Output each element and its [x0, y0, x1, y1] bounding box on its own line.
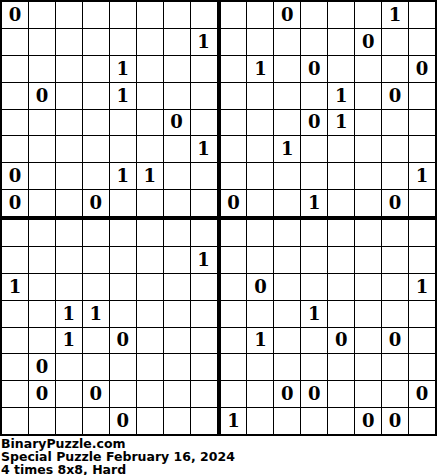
- cell-r15c2-given: 0: [29, 381, 55, 407]
- puzzle-bottom-right: 011100000100: [221, 220, 436, 434]
- cell-r1c6[interactable]: [137, 2, 163, 28]
- cell-r16c16[interactable]: [409, 408, 435, 434]
- cell-r9c4[interactable]: [83, 220, 109, 246]
- cell-r3c8[interactable]: [191, 56, 217, 82]
- cell-r5c6[interactable]: [137, 110, 163, 136]
- cell-r12c7[interactable]: [164, 301, 190, 327]
- cell-r1c14[interactable]: [355, 2, 381, 28]
- cell-r4c8[interactable]: [191, 83, 217, 109]
- cell-r9c12[interactable]: [301, 220, 327, 246]
- cell-r13c10-given: 1: [247, 328, 273, 354]
- cell-r3c12-given: 0: [301, 56, 327, 82]
- cell-r10c8-given: 1: [191, 247, 217, 273]
- cell-r4c16[interactable]: [409, 83, 435, 109]
- cell-r8c12-given: 1: [301, 190, 327, 216]
- cell-r11c4[interactable]: [83, 274, 109, 300]
- cell-r16c9-given: 1: [221, 408, 247, 434]
- cell-r8c3[interactable]: [56, 190, 82, 216]
- cell-r1c16[interactable]: [409, 2, 435, 28]
- cell-r4c1[interactable]: [2, 83, 28, 109]
- cell-r9c16[interactable]: [409, 220, 435, 246]
- cell-r11c1-given: 1: [2, 274, 28, 300]
- board: 0110101011000101001001110101111100000011…: [0, 0, 437, 436]
- cell-r16c7[interactable]: [164, 408, 190, 434]
- cell-r16c13[interactable]: [328, 408, 354, 434]
- cell-r8c5[interactable]: [110, 190, 136, 216]
- cell-r3c11[interactable]: [274, 56, 300, 82]
- cell-r14c14[interactable]: [355, 354, 381, 380]
- cell-r3c15[interactable]: [382, 56, 408, 82]
- cell-r11c5[interactable]: [110, 274, 136, 300]
- cell-r16c3[interactable]: [56, 408, 82, 434]
- cell-r16c4[interactable]: [83, 408, 109, 434]
- cell-r11c9[interactable]: [221, 274, 247, 300]
- cell-r15c9[interactable]: [221, 381, 247, 407]
- footer: BinaryPuzzle.com Special Puzzle February…: [0, 436, 437, 475]
- cell-r4c9[interactable]: [221, 83, 247, 109]
- cell-r15c3[interactable]: [56, 381, 82, 407]
- cell-r12c15[interactable]: [382, 301, 408, 327]
- cell-r1c11-given: 0: [274, 2, 300, 28]
- cell-r5c7-given: 0: [164, 110, 190, 136]
- cell-r11c12[interactable]: [301, 274, 327, 300]
- cell-r6c5[interactable]: [110, 136, 136, 162]
- cell-r12c12-given: 1: [301, 301, 327, 327]
- cell-r10c11[interactable]: [274, 247, 300, 273]
- cell-r15c11-given: 0: [274, 381, 300, 407]
- cell-r9c7[interactable]: [164, 220, 190, 246]
- cell-r9c14[interactable]: [355, 220, 381, 246]
- cell-r3c9[interactable]: [221, 56, 247, 82]
- cell-r14c2-given: 0: [29, 354, 55, 380]
- cell-r12c11[interactable]: [274, 301, 300, 327]
- cell-r14c12[interactable]: [301, 354, 327, 380]
- cell-r5c1[interactable]: [2, 110, 28, 136]
- cell-r4c5-given: 1: [110, 83, 136, 109]
- cell-r13c14[interactable]: [355, 328, 381, 354]
- cell-r3c7[interactable]: [164, 56, 190, 82]
- cell-r5c4[interactable]: [83, 110, 109, 136]
- cell-r1c8[interactable]: [191, 2, 217, 28]
- cell-r13c12[interactable]: [301, 328, 327, 354]
- cell-r1c3[interactable]: [56, 2, 82, 28]
- cell-r10c5[interactable]: [110, 247, 136, 273]
- cell-r2c1[interactable]: [2, 29, 28, 55]
- cell-r4c13-given: 1: [328, 83, 354, 109]
- cell-r5c3[interactable]: [56, 110, 82, 136]
- cell-r7c9[interactable]: [221, 163, 247, 189]
- puzzle-top-right: 010100100111010: [221, 2, 436, 216]
- cell-r3c6[interactable]: [137, 56, 163, 82]
- cell-r5c15[interactable]: [382, 110, 408, 136]
- cell-r4c12[interactable]: [301, 83, 327, 109]
- cell-r9c2[interactable]: [29, 220, 55, 246]
- cell-r16c11[interactable]: [274, 408, 300, 434]
- cell-r7c4[interactable]: [83, 163, 109, 189]
- cell-r15c7[interactable]: [164, 381, 190, 407]
- cell-r10c6[interactable]: [137, 247, 163, 273]
- cell-r16c6[interactable]: [137, 408, 163, 434]
- cell-r12c4-given: 1: [83, 301, 109, 327]
- cell-r10c16[interactable]: [409, 247, 435, 273]
- cell-r10c10[interactable]: [247, 247, 273, 273]
- cell-r13c6[interactable]: [137, 328, 163, 354]
- cell-r11c8[interactable]: [191, 274, 217, 300]
- cell-r15c5[interactable]: [110, 381, 136, 407]
- cell-r5c9[interactable]: [221, 110, 247, 136]
- cell-r10c4[interactable]: [83, 247, 109, 273]
- cell-r16c1[interactable]: [2, 408, 28, 434]
- cell-r12c13[interactable]: [328, 301, 354, 327]
- cell-r16c8[interactable]: [191, 408, 217, 434]
- cell-r13c15-given: 0: [382, 328, 408, 354]
- cell-r11c7[interactable]: [164, 274, 190, 300]
- cell-r7c11[interactable]: [274, 163, 300, 189]
- cell-r11c14[interactable]: [355, 274, 381, 300]
- cell-r16c14-given: 0: [355, 408, 381, 434]
- cell-r1c12[interactable]: [301, 2, 327, 28]
- cell-r12c14[interactable]: [355, 301, 381, 327]
- cell-r3c1[interactable]: [2, 56, 28, 82]
- cell-r7c5-given: 1: [110, 163, 136, 189]
- cell-r6c14[interactable]: [355, 136, 381, 162]
- cell-r3c2[interactable]: [29, 56, 55, 82]
- cell-r10c12[interactable]: [301, 247, 327, 273]
- cell-r10c7[interactable]: [164, 247, 190, 273]
- cell-r4c6[interactable]: [137, 83, 163, 109]
- cell-r14c10[interactable]: [247, 354, 273, 380]
- cell-r12c8[interactable]: [191, 301, 217, 327]
- cell-r5c8[interactable]: [191, 110, 217, 136]
- cell-r6c10[interactable]: [247, 136, 273, 162]
- cell-r9c3[interactable]: [56, 220, 82, 246]
- cell-r2c6[interactable]: [137, 29, 163, 55]
- cell-r6c16[interactable]: [409, 136, 435, 162]
- cell-r5c16[interactable]: [409, 110, 435, 136]
- cell-r6c12[interactable]: [301, 136, 327, 162]
- cell-r16c2[interactable]: [29, 408, 55, 434]
- cell-r6c6[interactable]: [137, 136, 163, 162]
- cell-r6c3[interactable]: [56, 136, 82, 162]
- cell-r3c5-given: 1: [110, 56, 136, 82]
- cell-r12c10[interactable]: [247, 301, 273, 327]
- cell-r2c5[interactable]: [110, 29, 136, 55]
- cell-r16c12[interactable]: [301, 408, 327, 434]
- cell-r2c4[interactable]: [83, 29, 109, 55]
- cell-r8c7[interactable]: [164, 190, 190, 216]
- cell-r11c2[interactable]: [29, 274, 55, 300]
- cell-r6c2[interactable]: [29, 136, 55, 162]
- cell-r14c15[interactable]: [382, 354, 408, 380]
- cell-r7c1-given: 0: [2, 163, 28, 189]
- cell-r6c15[interactable]: [382, 136, 408, 162]
- cell-r2c15[interactable]: [382, 29, 408, 55]
- cell-r2c2[interactable]: [29, 29, 55, 55]
- cell-r12c2[interactable]: [29, 301, 55, 327]
- cell-r1c7[interactable]: [164, 2, 190, 28]
- cell-r11c6[interactable]: [137, 274, 163, 300]
- cell-r3c14[interactable]: [355, 56, 381, 82]
- cell-r13c11[interactable]: [274, 328, 300, 354]
- cell-r15c13[interactable]: [328, 381, 354, 407]
- cell-r15c15[interactable]: [382, 381, 408, 407]
- cell-r1c9[interactable]: [221, 2, 247, 28]
- cell-r15c4-given: 0: [83, 381, 109, 407]
- cell-r2c3[interactable]: [56, 29, 82, 55]
- cell-r9c15[interactable]: [382, 220, 408, 246]
- cell-r10c13[interactable]: [328, 247, 354, 273]
- cell-r13c3-given: 1: [56, 328, 82, 354]
- puzzle-bottom-left: 1111100000: [2, 220, 217, 434]
- cell-r13c16[interactable]: [409, 328, 435, 354]
- cell-r9c10[interactable]: [247, 220, 273, 246]
- cell-r3c3[interactable]: [56, 56, 82, 82]
- cell-r8c8[interactable]: [191, 190, 217, 216]
- cell-r15c14[interactable]: [355, 381, 381, 407]
- cell-r3c10-given: 1: [247, 56, 273, 82]
- cell-r14c3[interactable]: [56, 354, 82, 380]
- cell-r12c6[interactable]: [137, 301, 163, 327]
- cell-r12c16[interactable]: [409, 301, 435, 327]
- cell-r3c4[interactable]: [83, 56, 109, 82]
- cell-r13c13-given: 0: [328, 328, 354, 354]
- cell-r3c16-given: 0: [409, 56, 435, 82]
- cell-r14c6[interactable]: [137, 354, 163, 380]
- cell-r9c13[interactable]: [328, 220, 354, 246]
- footer-puzzle-format: 4 times 8x8, Hard: [1, 464, 437, 475]
- cell-r7c8[interactable]: [191, 163, 217, 189]
- cell-r14c9[interactable]: [221, 354, 247, 380]
- cell-r11c10-given: 0: [247, 274, 273, 300]
- cell-r6c11-given: 1: [274, 136, 300, 162]
- cell-r2c9[interactable]: [221, 29, 247, 55]
- cell-r5c2[interactable]: [29, 110, 55, 136]
- cell-r14c7[interactable]: [164, 354, 190, 380]
- cell-r10c3[interactable]: [56, 247, 82, 273]
- cell-r12c9[interactable]: [221, 301, 247, 327]
- cell-r8c2[interactable]: [29, 190, 55, 216]
- puzzle-top-left: 011010101100: [2, 2, 217, 216]
- cell-r8c15-given: 0: [382, 190, 408, 216]
- cell-r11c16-given: 1: [409, 274, 435, 300]
- cell-r9c1[interactable]: [2, 220, 28, 246]
- cell-r13c9[interactable]: [221, 328, 247, 354]
- cell-r15c6[interactable]: [137, 381, 163, 407]
- cell-r3c13[interactable]: [328, 56, 354, 82]
- cell-r11c3[interactable]: [56, 274, 82, 300]
- cell-r5c12-given: 0: [301, 110, 327, 136]
- cell-r8c10[interactable]: [247, 190, 273, 216]
- cell-r10c1[interactable]: [2, 247, 28, 273]
- cell-r5c10[interactable]: [247, 110, 273, 136]
- cell-r13c8[interactable]: [191, 328, 217, 354]
- cell-r9c9[interactable]: [221, 220, 247, 246]
- cell-r6c4[interactable]: [83, 136, 109, 162]
- cell-r2c8-given: 1: [191, 29, 217, 55]
- cell-r10c2[interactable]: [29, 247, 55, 273]
- cell-r14c5[interactable]: [110, 354, 136, 380]
- cell-r12c3-given: 1: [56, 301, 82, 327]
- cell-r15c1[interactable]: [2, 381, 28, 407]
- cell-r2c14-given: 0: [355, 29, 381, 55]
- cell-r8c14[interactable]: [355, 190, 381, 216]
- cell-r2c12[interactable]: [301, 29, 327, 55]
- cell-r13c7[interactable]: [164, 328, 190, 354]
- cell-r16c10[interactable]: [247, 408, 273, 434]
- cell-r8c16[interactable]: [409, 190, 435, 216]
- cell-r7c16-given: 1: [409, 163, 435, 189]
- cell-r8c4-given: 0: [83, 190, 109, 216]
- cell-r15c8[interactable]: [191, 381, 217, 407]
- cell-r1c1-given: 0: [2, 2, 28, 28]
- cell-r7c10[interactable]: [247, 163, 273, 189]
- cell-r2c16[interactable]: [409, 29, 435, 55]
- cell-r5c13-given: 1: [328, 110, 354, 136]
- cell-r14c4[interactable]: [83, 354, 109, 380]
- cell-r4c7[interactable]: [164, 83, 190, 109]
- cell-r7c6-given: 1: [137, 163, 163, 189]
- cell-r1c2[interactable]: [29, 2, 55, 28]
- cell-r7c3[interactable]: [56, 163, 82, 189]
- cell-r7c13[interactable]: [328, 163, 354, 189]
- cell-r8c9-given: 0: [221, 190, 247, 216]
- cell-r6c1[interactable]: [2, 136, 28, 162]
- cell-r15c16-given: 0: [409, 381, 435, 407]
- cell-r5c14[interactable]: [355, 110, 381, 136]
- cell-r4c3[interactable]: [56, 83, 82, 109]
- cell-r15c10[interactable]: [247, 381, 273, 407]
- cell-r11c13[interactable]: [328, 274, 354, 300]
- cell-r8c1-given: 0: [2, 190, 28, 216]
- cell-r10c15[interactable]: [382, 247, 408, 273]
- cell-r2c11[interactable]: [274, 29, 300, 55]
- cell-r5c5[interactable]: [110, 110, 136, 136]
- cell-r7c15[interactable]: [382, 163, 408, 189]
- cell-r12c5[interactable]: [110, 301, 136, 327]
- cell-r1c15-given: 1: [382, 2, 408, 28]
- cell-r2c10[interactable]: [247, 29, 273, 55]
- cell-r14c1[interactable]: [2, 354, 28, 380]
- cell-r4c4[interactable]: [83, 83, 109, 109]
- cell-r1c10[interactable]: [247, 2, 273, 28]
- cell-r6c7[interactable]: [164, 136, 190, 162]
- cell-r14c11[interactable]: [274, 354, 300, 380]
- cell-r6c13[interactable]: [328, 136, 354, 162]
- cell-r7c14[interactable]: [355, 163, 381, 189]
- cell-r14c8[interactable]: [191, 354, 217, 380]
- cell-r6c9[interactable]: [221, 136, 247, 162]
- cell-r1c5[interactable]: [110, 2, 136, 28]
- cell-r9c11[interactable]: [274, 220, 300, 246]
- cell-r6c8-given: 1: [191, 136, 217, 162]
- cell-r10c9[interactable]: [221, 247, 247, 273]
- cell-r13c1[interactable]: [2, 328, 28, 354]
- cell-r4c15-given: 0: [382, 83, 408, 109]
- cell-r4c11[interactable]: [274, 83, 300, 109]
- cell-r15c12-given: 0: [301, 381, 327, 407]
- cell-r10c14[interactable]: [355, 247, 381, 273]
- cell-r5c11[interactable]: [274, 110, 300, 136]
- cell-r4c10[interactable]: [247, 83, 273, 109]
- cell-r4c14[interactable]: [355, 83, 381, 109]
- cell-r2c7[interactable]: [164, 29, 190, 55]
- cell-r12c1[interactable]: [2, 301, 28, 327]
- cell-r8c11[interactable]: [274, 190, 300, 216]
- cell-r8c13[interactable]: [328, 190, 354, 216]
- cell-r9c8[interactable]: [191, 220, 217, 246]
- cell-r13c4[interactable]: [83, 328, 109, 354]
- cell-r7c7[interactable]: [164, 163, 190, 189]
- cell-r7c12[interactable]: [301, 163, 327, 189]
- cell-r11c11[interactable]: [274, 274, 300, 300]
- cell-r13c2[interactable]: [29, 328, 55, 354]
- cell-r16c5-given: 0: [110, 408, 136, 434]
- cell-r13c5-given: 0: [110, 328, 136, 354]
- cell-r16c15-given: 0: [382, 408, 408, 434]
- cell-r7c2[interactable]: [29, 163, 55, 189]
- cell-r1c4[interactable]: [83, 2, 109, 28]
- cell-r8c6[interactable]: [137, 190, 163, 216]
- cell-r14c16[interactable]: [409, 354, 435, 380]
- cell-r9c6[interactable]: [137, 220, 163, 246]
- cell-r14c13[interactable]: [328, 354, 354, 380]
- cell-r1c13[interactable]: [328, 2, 354, 28]
- cell-r9c5[interactable]: [110, 220, 136, 246]
- cell-r2c13[interactable]: [328, 29, 354, 55]
- cell-r11c15[interactable]: [382, 274, 408, 300]
- cell-r4c2-given: 0: [29, 83, 55, 109]
